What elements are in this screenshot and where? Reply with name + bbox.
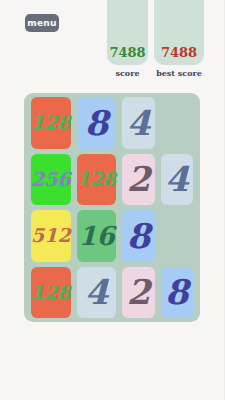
best-score-value: 7488 [161,46,197,65]
best-score-label: best score [154,68,204,78]
game-board-4x4[interactable]: 1288425612824512168128428 [24,93,200,322]
tile-4: 4 [77,267,117,319]
tile-512: 512 [31,210,71,262]
tile-4: 4 [161,154,193,206]
score-panel: 7488 [107,0,148,65]
tile-8: 8 [161,267,193,319]
tile-128: 128 [77,154,117,206]
score-value: 7488 [109,46,145,65]
menu-button[interactable]: menu [25,14,59,32]
tile-2: 2 [122,154,154,206]
tile-4: 4 [122,97,154,149]
menu-button-label: menu [27,18,57,28]
tile-2: 2 [122,267,154,319]
empty-cell [161,97,193,149]
tile-16: 16 [77,210,117,262]
score-label: score [107,68,148,78]
tile-128: 128 [31,267,71,319]
best-score-panel: 7488 [154,0,204,65]
tile-256: 256 [31,154,71,206]
tile-128: 128 [31,97,71,149]
tile-8: 8 [122,210,154,262]
tile-8: 8 [77,97,117,149]
empty-cell [161,210,193,262]
